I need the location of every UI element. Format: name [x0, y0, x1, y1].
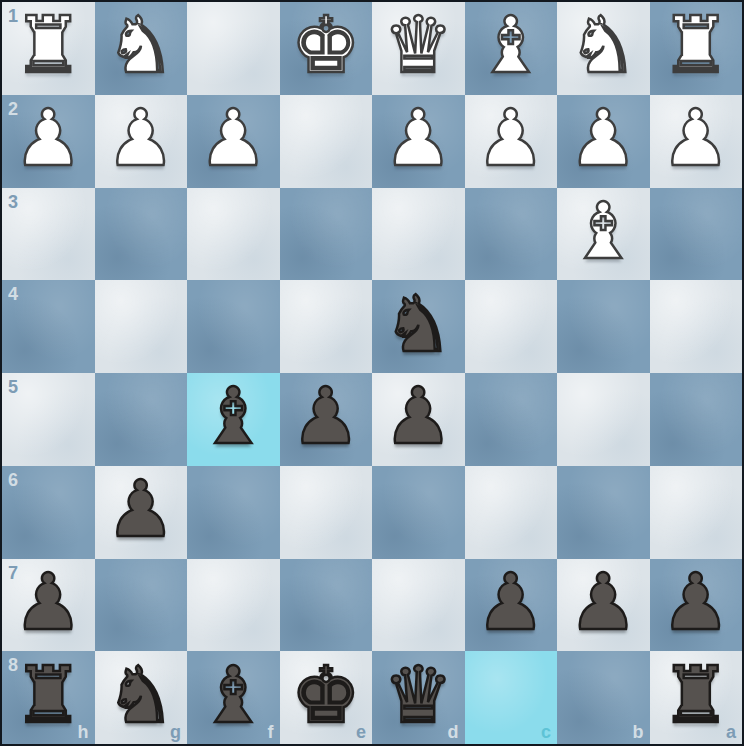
file-label-f: f [268, 723, 274, 741]
black-rook-h8[interactable]: ♜ [13, 656, 83, 734]
black-pawn-a7[interactable]: ♟ [661, 563, 731, 641]
square-g5[interactable] [95, 373, 188, 466]
white-rook-h1[interactable]: ♜ [13, 6, 83, 84]
square-f7[interactable] [187, 559, 280, 652]
black-pawn-h7[interactable]: ♟ [13, 563, 83, 641]
square-f8[interactable]: f♝ [187, 651, 280, 744]
square-c8[interactable]: c [465, 651, 558, 744]
square-e4[interactable] [280, 280, 373, 373]
square-a7[interactable]: ♟ [650, 559, 743, 652]
white-pawn-h2[interactable]: ♟ [13, 99, 83, 177]
black-queen-d8[interactable]: ♛ [383, 656, 453, 734]
rank-label-5: 5 [8, 378, 18, 396]
square-d3[interactable] [372, 188, 465, 281]
white-king-e1[interactable]: ♚ [291, 6, 361, 84]
square-b1[interactable]: ♞ [557, 2, 650, 95]
rank-label-6: 6 [8, 471, 18, 489]
rank-label-3: 3 [8, 193, 18, 211]
square-f2[interactable]: ♟ [187, 95, 280, 188]
square-h8[interactable]: 8h♜ [2, 651, 95, 744]
square-b8[interactable]: b [557, 651, 650, 744]
square-g4[interactable] [95, 280, 188, 373]
square-d1[interactable]: ♛ [372, 2, 465, 95]
square-h6[interactable]: 6 [2, 466, 95, 559]
square-f4[interactable] [187, 280, 280, 373]
white-rook-a1[interactable]: ♜ [661, 6, 731, 84]
square-a1[interactable]: ♜ [650, 2, 743, 95]
white-bishop-c1[interactable]: ♝ [476, 6, 546, 84]
black-rook-a8[interactable]: ♜ [661, 656, 731, 734]
black-knight-d4[interactable]: ♞ [383, 285, 453, 363]
square-b5[interactable] [557, 373, 650, 466]
square-d5[interactable]: ♟ [372, 373, 465, 466]
square-d6[interactable] [372, 466, 465, 559]
square-e2[interactable] [280, 95, 373, 188]
file-label-c: c [541, 723, 551, 741]
file-label-b: b [633, 723, 644, 741]
black-pawn-b7[interactable]: ♟ [568, 563, 638, 641]
white-queen-d1[interactable]: ♛ [383, 6, 453, 84]
square-b7[interactable]: ♟ [557, 559, 650, 652]
white-knight-g1[interactable]: ♞ [106, 6, 176, 84]
black-pawn-e5[interactable]: ♟ [291, 377, 361, 455]
square-h1[interactable]: 1♜ [2, 2, 95, 95]
square-g8[interactable]: g♞ [95, 651, 188, 744]
square-e7[interactable] [280, 559, 373, 652]
square-d4[interactable]: ♞ [372, 280, 465, 373]
square-a8[interactable]: a♜ [650, 651, 743, 744]
square-e8[interactable]: e♚ [280, 651, 373, 744]
white-pawn-d2[interactable]: ♟ [383, 99, 453, 177]
square-e1[interactable]: ♚ [280, 2, 373, 95]
square-c3[interactable] [465, 188, 558, 281]
black-bishop-f8[interactable]: ♝ [198, 656, 268, 734]
square-a6[interactable] [650, 466, 743, 559]
square-a2[interactable]: ♟ [650, 95, 743, 188]
black-king-e8[interactable]: ♚ [291, 656, 361, 734]
square-f1[interactable] [187, 2, 280, 95]
square-c1[interactable]: ♝ [465, 2, 558, 95]
black-pawn-d5[interactable]: ♟ [383, 377, 453, 455]
square-f5[interactable]: ♝ [187, 373, 280, 466]
white-pawn-c2[interactable]: ♟ [476, 99, 546, 177]
square-c2[interactable]: ♟ [465, 95, 558, 188]
square-d8[interactable]: d♛ [372, 651, 465, 744]
white-pawn-f2[interactable]: ♟ [198, 99, 268, 177]
square-e6[interactable] [280, 466, 373, 559]
square-a5[interactable] [650, 373, 743, 466]
black-bishop-f5[interactable]: ♝ [198, 377, 268, 455]
square-h3[interactable]: 3 [2, 188, 95, 281]
rank-label-4: 4 [8, 285, 18, 303]
square-h7[interactable]: 7♟ [2, 559, 95, 652]
square-g3[interactable] [95, 188, 188, 281]
square-a3[interactable] [650, 188, 743, 281]
square-b6[interactable] [557, 466, 650, 559]
square-h4[interactable]: 4 [2, 280, 95, 373]
square-g2[interactable]: ♟ [95, 95, 188, 188]
square-g1[interactable]: ♞ [95, 2, 188, 95]
white-knight-b1[interactable]: ♞ [568, 6, 638, 84]
square-h2[interactable]: 2♟ [2, 95, 95, 188]
square-f3[interactable] [187, 188, 280, 281]
square-c5[interactable] [465, 373, 558, 466]
white-bishop-b3[interactable]: ♝ [568, 192, 638, 270]
square-d7[interactable] [372, 559, 465, 652]
square-d2[interactable]: ♟ [372, 95, 465, 188]
chess-board: 1♜♞♚♛♝♞♜2♟♟♟♟♟♟♟3♝4♞5♝♟♟6♟7♟♟♟♟8h♜g♞f♝e♚… [0, 0, 744, 746]
square-c6[interactable] [465, 466, 558, 559]
white-pawn-b2[interactable]: ♟ [568, 99, 638, 177]
square-a4[interactable] [650, 280, 743, 373]
black-pawn-c7[interactable]: ♟ [476, 563, 546, 641]
square-c7[interactable]: ♟ [465, 559, 558, 652]
square-h5[interactable]: 5 [2, 373, 95, 466]
white-pawn-a2[interactable]: ♟ [661, 99, 731, 177]
white-pawn-g2[interactable]: ♟ [106, 99, 176, 177]
black-knight-g8[interactable]: ♞ [106, 656, 176, 734]
square-g7[interactable] [95, 559, 188, 652]
square-b4[interactable] [557, 280, 650, 373]
black-pawn-g6[interactable]: ♟ [106, 470, 176, 548]
square-b2[interactable]: ♟ [557, 95, 650, 188]
square-b3[interactable]: ♝ [557, 188, 650, 281]
square-g6[interactable]: ♟ [95, 466, 188, 559]
square-e3[interactable] [280, 188, 373, 281]
square-e5[interactable]: ♟ [280, 373, 373, 466]
square-f6[interactable] [187, 466, 280, 559]
square-c4[interactable] [465, 280, 558, 373]
